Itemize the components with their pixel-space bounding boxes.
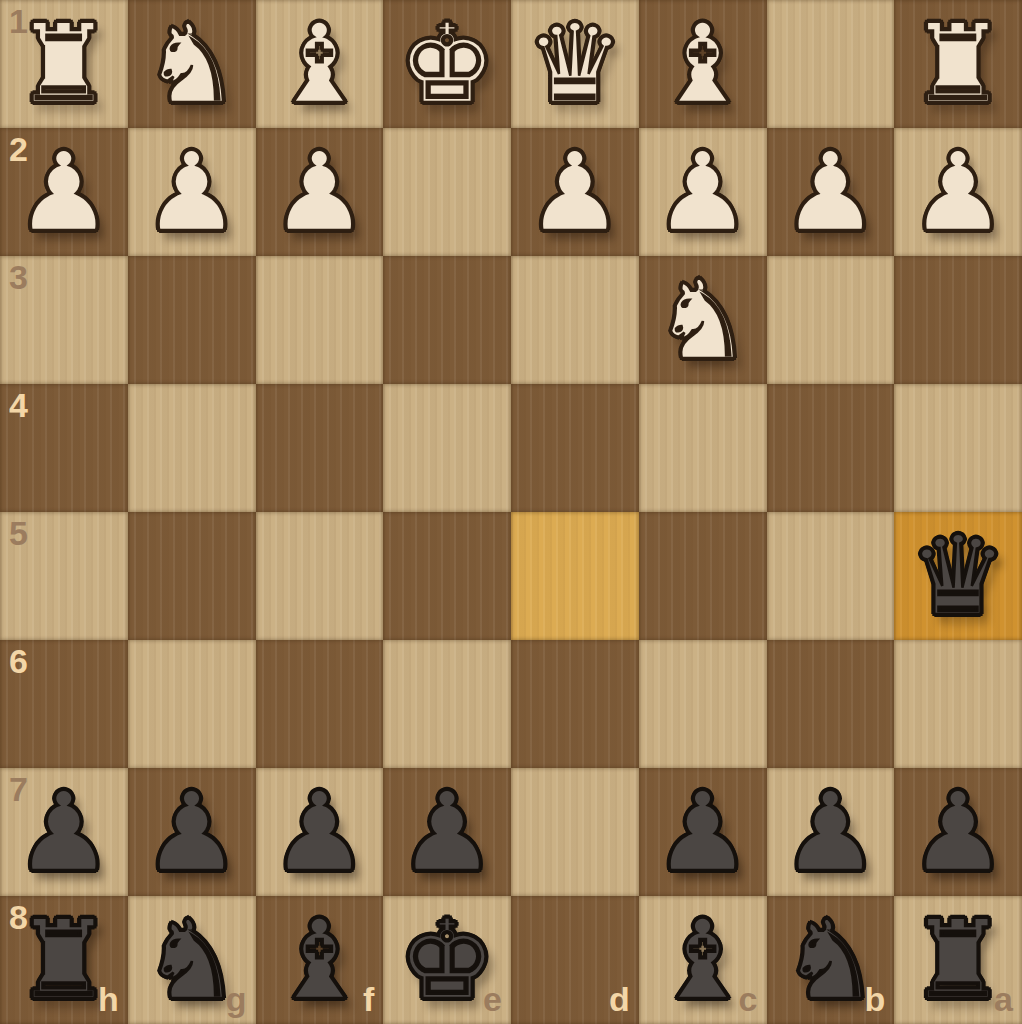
coord-rank-5: 5 [9,514,28,553]
square-d6[interactable] [511,640,639,768]
piece-white-pawn[interactable]: ♟ [526,137,625,247]
piece-black-bishop[interactable]: ♝ [653,905,752,1015]
piece-white-knight[interactable]: ♞ [653,265,752,375]
coord-rank-3: 3 [9,258,28,297]
square-a8[interactable]: ♜a [894,896,1022,1024]
square-e5[interactable] [383,512,511,640]
square-e6[interactable] [383,640,511,768]
square-f5[interactable] [256,512,384,640]
square-b4[interactable] [767,384,895,512]
square-a7[interactable]: ♟ [894,768,1022,896]
piece-white-rook[interactable]: ♜ [15,9,114,119]
square-f8[interactable]: ♝f [256,896,384,1024]
piece-black-pawn[interactable]: ♟ [653,777,752,887]
piece-white-pawn[interactable]: ♟ [909,137,1008,247]
piece-black-pawn[interactable]: ♟ [781,777,880,887]
square-e7[interactable]: ♟ [383,768,511,896]
square-f2[interactable]: ♟ [256,128,384,256]
piece-black-pawn[interactable]: ♟ [909,777,1008,887]
square-d5[interactable] [511,512,639,640]
square-g6[interactable] [128,640,256,768]
piece-white-bishop[interactable]: ♝ [653,9,752,119]
square-d2[interactable]: ♟ [511,128,639,256]
square-c8[interactable]: ♝c [639,896,767,1024]
piece-white-pawn[interactable]: ♟ [653,137,752,247]
square-b6[interactable] [767,640,895,768]
square-a5[interactable]: ♛ [894,512,1022,640]
piece-white-queen[interactable]: ♛ [526,9,625,119]
piece-white-pawn[interactable]: ♟ [142,137,241,247]
chess-board: ♜1♞♝♚♛♝♜♟2♟♟♟♟♟♟3♞45♛6♟7♟♟♟♟♟♟♜8h♞g♝f♚ed… [0,0,1022,1024]
square-c7[interactable]: ♟ [639,768,767,896]
piece-white-pawn[interactable]: ♟ [15,137,114,247]
piece-white-knight[interactable]: ♞ [142,9,241,119]
square-h6[interactable]: 6 [0,640,128,768]
piece-black-knight[interactable]: ♞ [781,905,880,1015]
square-e1[interactable]: ♚ [383,0,511,128]
square-d3[interactable] [511,256,639,384]
piece-black-queen[interactable]: ♛ [909,521,1008,631]
square-h3[interactable]: 3 [0,256,128,384]
square-a2[interactable]: ♟ [894,128,1022,256]
square-g7[interactable]: ♟ [128,768,256,896]
piece-white-king[interactable]: ♚ [398,9,497,119]
square-h8[interactable]: ♜8h [0,896,128,1024]
coord-file-d: d [609,980,630,1019]
square-d4[interactable] [511,384,639,512]
square-f6[interactable] [256,640,384,768]
square-d7[interactable] [511,768,639,896]
square-c5[interactable] [639,512,767,640]
piece-black-rook[interactable]: ♜ [909,905,1008,1015]
piece-white-pawn[interactable]: ♟ [270,137,369,247]
square-h1[interactable]: ♜1 [0,0,128,128]
coord-rank-6: 6 [9,642,28,681]
square-a1[interactable]: ♜ [894,0,1022,128]
square-f4[interactable] [256,384,384,512]
square-a3[interactable] [894,256,1022,384]
square-b2[interactable]: ♟ [767,128,895,256]
square-c6[interactable] [639,640,767,768]
piece-white-bishop[interactable]: ♝ [270,9,369,119]
square-g2[interactable]: ♟ [128,128,256,256]
square-h7[interactable]: ♟7 [0,768,128,896]
square-e3[interactable] [383,256,511,384]
square-c1[interactable]: ♝ [639,0,767,128]
square-c3[interactable]: ♞ [639,256,767,384]
square-g4[interactable] [128,384,256,512]
coord-rank-4: 4 [9,386,28,425]
square-a6[interactable] [894,640,1022,768]
square-c4[interactable] [639,384,767,512]
piece-black-bishop[interactable]: ♝ [270,905,369,1015]
square-c2[interactable]: ♟ [639,128,767,256]
piece-black-king[interactable]: ♚ [398,905,497,1015]
piece-black-rook[interactable]: ♜ [15,905,114,1015]
square-f7[interactable]: ♟ [256,768,384,896]
piece-black-pawn[interactable]: ♟ [142,777,241,887]
square-b8[interactable]: ♞b [767,896,895,1024]
square-d1[interactable]: ♛ [511,0,639,128]
square-b7[interactable]: ♟ [767,768,895,896]
square-e8[interactable]: ♚e [383,896,511,1024]
square-g5[interactable] [128,512,256,640]
piece-white-pawn[interactable]: ♟ [781,137,880,247]
square-d8[interactable]: d [511,896,639,1024]
piece-white-rook[interactable]: ♜ [909,9,1008,119]
square-a4[interactable] [894,384,1022,512]
square-h5[interactable]: 5 [0,512,128,640]
square-b5[interactable] [767,512,895,640]
piece-black-pawn[interactable]: ♟ [15,777,114,887]
square-b1[interactable] [767,0,895,128]
piece-black-pawn[interactable]: ♟ [270,777,369,887]
square-g8[interactable]: ♞g [128,896,256,1024]
square-e4[interactable] [383,384,511,512]
square-g1[interactable]: ♞ [128,0,256,128]
square-e2[interactable] [383,128,511,256]
square-h2[interactable]: ♟2 [0,128,128,256]
square-g3[interactable] [128,256,256,384]
square-b3[interactable] [767,256,895,384]
piece-black-knight[interactable]: ♞ [142,905,241,1015]
piece-black-pawn[interactable]: ♟ [398,777,497,887]
square-h4[interactable]: 4 [0,384,128,512]
square-f3[interactable] [256,256,384,384]
square-f1[interactable]: ♝ [256,0,384,128]
